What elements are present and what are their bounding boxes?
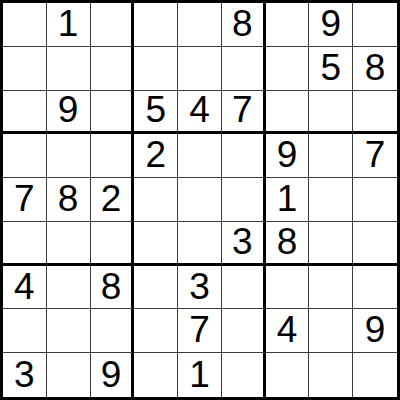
cell-r7c2[interactable] bbox=[47, 266, 91, 310]
cell-r1c2[interactable]: 1 bbox=[47, 3, 91, 47]
cell-r7c3[interactable]: 8 bbox=[91, 266, 135, 310]
cell-r5c7[interactable]: 1 bbox=[266, 178, 310, 222]
cell-r6c8[interactable] bbox=[309, 222, 353, 266]
cell-r3c6[interactable]: 7 bbox=[222, 91, 266, 135]
cell-r1c9[interactable] bbox=[353, 3, 397, 47]
cell-r9c2[interactable] bbox=[47, 353, 91, 397]
cell-r8c6[interactable] bbox=[222, 309, 266, 353]
cell-r1c5[interactable] bbox=[178, 3, 222, 47]
given-digit: 8 bbox=[101, 268, 122, 305]
cell-r2c6[interactable] bbox=[222, 47, 266, 91]
cell-r2c9[interactable]: 8 bbox=[353, 47, 397, 91]
given-digit: 7 bbox=[232, 91, 253, 128]
cell-r1c1[interactable] bbox=[3, 3, 47, 47]
cell-r7c1[interactable]: 4 bbox=[3, 266, 47, 310]
cell-r6c1[interactable] bbox=[3, 222, 47, 266]
cell-r6c3[interactable] bbox=[91, 222, 135, 266]
cell-r3c8[interactable] bbox=[309, 91, 353, 135]
given-digit: 9 bbox=[365, 311, 386, 348]
cell-r1c4[interactable] bbox=[134, 3, 178, 47]
cell-r1c7[interactable] bbox=[266, 3, 310, 47]
cell-r8c9[interactable]: 9 bbox=[353, 309, 397, 353]
cell-r8c1[interactable] bbox=[3, 309, 47, 353]
cell-r1c8[interactable]: 9 bbox=[309, 3, 353, 47]
cell-r9c8[interactable] bbox=[309, 353, 353, 397]
cell-r8c8[interactable] bbox=[309, 309, 353, 353]
cell-r5c1[interactable]: 7 bbox=[3, 178, 47, 222]
cell-r3c2[interactable]: 9 bbox=[47, 91, 91, 135]
cell-r1c6[interactable]: 8 bbox=[222, 3, 266, 47]
given-digit: 4 bbox=[277, 311, 298, 348]
given-digit: 5 bbox=[145, 91, 166, 128]
given-digit: 4 bbox=[14, 268, 35, 305]
cell-r7c5[interactable]: 3 bbox=[178, 266, 222, 310]
cell-r9c9[interactable] bbox=[353, 353, 397, 397]
cell-r8c4[interactable] bbox=[134, 309, 178, 353]
sudoku-puzzle: 189589547297782138483749391 bbox=[0, 0, 400, 400]
given-digit: 8 bbox=[58, 180, 79, 217]
cell-r6c9[interactable] bbox=[353, 222, 397, 266]
cell-r7c8[interactable] bbox=[309, 266, 353, 310]
cell-r7c7[interactable] bbox=[266, 266, 310, 310]
cell-r3c7[interactable] bbox=[266, 91, 310, 135]
cell-r9c4[interactable] bbox=[134, 353, 178, 397]
cell-r3c1[interactable] bbox=[3, 91, 47, 135]
cell-r4c7[interactable]: 9 bbox=[266, 134, 310, 178]
cell-r2c5[interactable] bbox=[178, 47, 222, 91]
cell-r6c6[interactable]: 3 bbox=[222, 222, 266, 266]
cell-r5c2[interactable]: 8 bbox=[47, 178, 91, 222]
sudoku-board: 189589547297782138483749391 bbox=[0, 0, 400, 400]
cell-r6c5[interactable] bbox=[178, 222, 222, 266]
cell-r3c5[interactable]: 4 bbox=[178, 91, 222, 135]
cell-r7c4[interactable] bbox=[134, 266, 178, 310]
cell-r9c6[interactable] bbox=[222, 353, 266, 397]
cell-r7c6[interactable] bbox=[222, 266, 266, 310]
given-digit: 2 bbox=[145, 136, 166, 173]
given-digit: 8 bbox=[277, 223, 298, 260]
cell-r8c2[interactable] bbox=[47, 309, 91, 353]
given-digit: 3 bbox=[14, 356, 35, 393]
given-digit: 1 bbox=[58, 5, 79, 42]
cell-r5c9[interactable] bbox=[353, 178, 397, 222]
cell-r2c2[interactable] bbox=[47, 47, 91, 91]
cell-r3c9[interactable] bbox=[353, 91, 397, 135]
cell-r5c8[interactable] bbox=[309, 178, 353, 222]
cell-r4c4[interactable]: 2 bbox=[134, 134, 178, 178]
cell-r8c7[interactable]: 4 bbox=[266, 309, 310, 353]
given-digit: 9 bbox=[58, 91, 79, 128]
given-digit: 1 bbox=[189, 356, 210, 393]
given-digit: 7 bbox=[14, 180, 35, 217]
given-digit: 9 bbox=[277, 136, 298, 173]
given-digit: 5 bbox=[321, 49, 342, 86]
cell-r2c4[interactable] bbox=[134, 47, 178, 91]
given-digit: 8 bbox=[232, 5, 253, 42]
cell-r3c4[interactable]: 5 bbox=[134, 91, 178, 135]
given-digit: 2 bbox=[101, 180, 122, 217]
cell-r8c5[interactable]: 7 bbox=[178, 309, 222, 353]
cell-r5c4[interactable] bbox=[134, 178, 178, 222]
cell-r9c7[interactable] bbox=[266, 353, 310, 397]
cell-r4c1[interactable] bbox=[3, 134, 47, 178]
cell-r2c7[interactable] bbox=[266, 47, 310, 91]
cell-r4c8[interactable] bbox=[309, 134, 353, 178]
cell-r8c3[interactable] bbox=[91, 309, 135, 353]
given-digit: 8 bbox=[365, 49, 386, 86]
cell-r9c5[interactable]: 1 bbox=[178, 353, 222, 397]
cell-r5c3[interactable]: 2 bbox=[91, 178, 135, 222]
given-digit: 7 bbox=[365, 136, 386, 173]
cell-r3c3[interactable] bbox=[91, 91, 135, 135]
cell-r9c1[interactable]: 3 bbox=[3, 353, 47, 397]
given-digit: 7 bbox=[189, 311, 210, 348]
cell-r4c3[interactable] bbox=[91, 134, 135, 178]
cell-r4c2[interactable] bbox=[47, 134, 91, 178]
cell-r7c9[interactable] bbox=[353, 266, 397, 310]
given-digit: 9 bbox=[321, 5, 342, 42]
given-digit: 4 bbox=[189, 91, 210, 128]
cell-r4c6[interactable] bbox=[222, 134, 266, 178]
cell-r1c3[interactable] bbox=[91, 3, 135, 47]
cell-r6c2[interactable] bbox=[47, 222, 91, 266]
cell-r9c3[interactable]: 9 bbox=[91, 353, 135, 397]
cell-r6c4[interactable] bbox=[134, 222, 178, 266]
given-digit: 3 bbox=[189, 268, 210, 305]
cell-r2c1[interactable] bbox=[3, 47, 47, 91]
cell-r4c9[interactable]: 7 bbox=[353, 134, 397, 178]
cell-r4c5[interactable] bbox=[178, 134, 222, 178]
cell-r5c5[interactable] bbox=[178, 178, 222, 222]
cell-r5c6[interactable] bbox=[222, 178, 266, 222]
cell-r2c8[interactable]: 5 bbox=[309, 47, 353, 91]
given-digit: 3 bbox=[232, 223, 253, 260]
cell-r6c7[interactable]: 8 bbox=[266, 222, 310, 266]
given-digit: 1 bbox=[277, 180, 298, 217]
cell-r2c3[interactable] bbox=[91, 47, 135, 91]
given-digit: 9 bbox=[101, 356, 122, 393]
